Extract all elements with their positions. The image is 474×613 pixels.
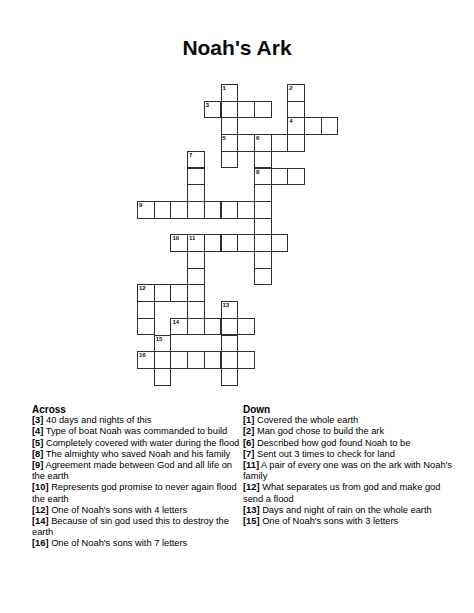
down-clue-list: [1] Covered the whole earth[2] Man god c…	[243, 415, 452, 527]
clue-number: 11	[189, 235, 195, 242]
grid-cell[interactable]	[271, 134, 289, 152]
clue-text: 40 days and nights of this	[43, 415, 151, 425]
clue-number: 2	[289, 85, 292, 92]
grid-cell[interactable]	[187, 268, 205, 286]
clue-label: [16]	[32, 538, 49, 548]
grid-cell[interactable]	[154, 368, 172, 386]
grid-cell[interactable]	[187, 351, 205, 369]
clue-text: Agreement made between God and all life …	[32, 460, 232, 481]
grid-cell[interactable]	[170, 201, 188, 219]
grid-cell[interactable]	[304, 117, 322, 135]
clue-item: [14] Because of sin god used this to des…	[32, 516, 241, 538]
grid-cell[interactable]: 8	[254, 168, 272, 186]
grid-cell[interactable]: 6	[254, 134, 272, 152]
clue-label: [7]	[243, 449, 254, 459]
clue-text: Days and night of rain on the whole eart…	[260, 505, 432, 515]
grid-cell[interactable]: 1	[221, 84, 239, 102]
clue-number: 7	[189, 152, 192, 159]
across-clues: Across [3] 40 days and nights of this[4]…	[32, 404, 241, 550]
clue-text: Represents god promise to never again fl…	[32, 482, 237, 503]
grid-cell[interactable]	[254, 151, 272, 169]
clue-text: What separates us from god and make god …	[243, 482, 440, 503]
clue-text: Covered the whole earth	[254, 415, 358, 425]
grid-cell[interactable]	[287, 101, 305, 119]
grid-cell[interactable]: 11	[187, 234, 205, 252]
clue-label: [4]	[32, 426, 43, 436]
grid-cell[interactable]	[237, 351, 255, 369]
clue-text: One of Noah's sons with 3 letters	[260, 516, 399, 526]
clue-label: [6]	[243, 438, 254, 448]
clue-item: [5] Completely covered with water during…	[32, 438, 241, 449]
grid-cell[interactable]	[221, 335, 239, 353]
grid-cell[interactable]	[254, 218, 272, 236]
grid-cell[interactable]	[254, 184, 272, 202]
grid-cell[interactable]	[221, 234, 239, 252]
grid-cell[interactable]: 5	[221, 134, 239, 152]
clue-label: [12]	[243, 482, 260, 492]
grid-cell[interactable]	[204, 234, 222, 252]
grid-cell[interactable]	[137, 318, 155, 336]
grid-cell[interactable]: 12	[137, 284, 155, 302]
clue-item: [8] The almighty who saved Noah and his …	[32, 449, 241, 460]
clue-number: 10	[172, 235, 179, 242]
clue-item: [11] A pair of every one was on the ark …	[243, 460, 452, 482]
grid-cell[interactable]	[237, 201, 255, 219]
grid-cell[interactable]	[137, 301, 155, 319]
clue-item: [12] One of Noah's sons with 4 letters	[32, 505, 241, 516]
clue-label: [15]	[243, 516, 260, 526]
grid-cell[interactable]	[254, 251, 272, 269]
clue-text: The almighty who saved Noah and his fami…	[43, 449, 230, 459]
clue-item: [15] One of Noah's sons with 3 letters	[243, 516, 452, 527]
grid-cell[interactable]	[254, 101, 272, 119]
clue-text: Sent out 3 times to check for land	[254, 449, 395, 459]
grid-cell[interactable]	[187, 284, 205, 302]
clue-text: Man god chose to build the ark	[254, 426, 384, 436]
clue-item: [4] Type of boat Noah was commanded to b…	[32, 426, 241, 437]
crossword-grid: 12345678910111213141516	[137, 84, 339, 386]
clue-item: [2] Man god chose to build the ark	[243, 426, 452, 437]
down-clues: Down [1] Covered the whole earth[2] Man …	[243, 404, 452, 527]
grid-cell[interactable]	[254, 268, 272, 286]
grid-cell[interactable]	[237, 134, 255, 152]
grid-cell[interactable]	[204, 351, 222, 369]
clue-text: Completely covered with water during the…	[43, 438, 239, 448]
grid-cell[interactable]: 14	[170, 318, 188, 336]
grid-cell[interactable]	[187, 301, 205, 319]
grid-cell[interactable]	[154, 284, 172, 302]
grid-cell[interactable]	[187, 251, 205, 269]
grid-cell[interactable]	[271, 234, 289, 252]
clue-number: 16	[139, 352, 146, 359]
clue-number: 3	[206, 102, 209, 109]
clue-number: 14	[172, 319, 179, 326]
clue-label: [10]	[32, 482, 49, 492]
across-clue-list: [3] 40 days and nights of this[4] Type o…	[32, 415, 241, 549]
grid-cell[interactable]	[221, 318, 239, 336]
clue-label: [12]	[32, 505, 49, 515]
grid-cell[interactable]	[187, 318, 205, 336]
grid-cell[interactable]	[287, 168, 305, 186]
grid-cell[interactable]	[321, 117, 339, 135]
across-header: Across	[32, 404, 241, 415]
grid-cell[interactable]	[187, 201, 205, 219]
clue-number: 9	[139, 202, 142, 209]
clue-number: 8	[256, 169, 259, 176]
grid-cell[interactable]	[221, 351, 239, 369]
clue-label: [13]	[243, 505, 260, 515]
clue-text: Because of sin god used this to destroy …	[32, 516, 229, 537]
clue-number: 12	[139, 285, 146, 292]
grid-cell[interactable]	[254, 201, 272, 219]
clue-item: [3] 40 days and nights of this	[32, 415, 241, 426]
clue-item: [6] Described how god found Noah to be	[243, 438, 452, 449]
clue-text: One of Noah's sons with 7 letters	[49, 538, 188, 548]
grid-cell[interactable]: 13	[221, 301, 239, 319]
clue-label: [1]	[243, 415, 254, 425]
grid-cell[interactable]: 9	[137, 201, 155, 219]
grid-cell[interactable]	[170, 284, 188, 302]
clue-label: [14]	[32, 516, 49, 526]
clue-item: [12] What separates us from god and make…	[243, 482, 452, 504]
grid-cell[interactable]	[221, 101, 239, 119]
grid-cell[interactable]: 3	[204, 101, 222, 119]
grid-cell[interactable]	[221, 368, 239, 386]
grid-cell[interactable]	[254, 234, 272, 252]
clue-text: Type of boat Noah was commanded to build	[43, 426, 227, 436]
grid-cell[interactable]	[204, 201, 222, 219]
grid-cell[interactable]: 10	[170, 234, 188, 252]
clue-text: Described how god found Noah to be	[254, 438, 410, 448]
puzzle-title: Noah's Ark	[0, 36, 474, 60]
grid-cell[interactable]	[271, 168, 289, 186]
clue-label: [5]	[32, 438, 43, 448]
clue-number: 5	[223, 135, 226, 142]
grid-cell[interactable]: 2	[287, 84, 305, 102]
grid-cell[interactable]: 16	[137, 351, 155, 369]
grid-cell[interactable]: 15	[154, 335, 172, 353]
clue-number: 1	[223, 85, 226, 92]
clue-number: 13	[223, 302, 230, 309]
down-header: Down	[243, 404, 452, 415]
clue-label: [2]	[243, 426, 254, 436]
grid-cell[interactable]	[237, 101, 255, 119]
grid-cell[interactable]	[237, 234, 255, 252]
clue-label: [3]	[32, 415, 43, 425]
clue-number: 15	[156, 336, 163, 343]
grid-cell[interactable]	[204, 318, 222, 336]
grid-cell[interactable]	[287, 134, 305, 152]
clue-text: A pair of every one was on the ark with …	[243, 460, 452, 481]
grid-cell[interactable]	[221, 201, 239, 219]
clue-number: 6	[256, 135, 259, 142]
clue-text: One of Noah's sons with 4 letters	[49, 505, 188, 515]
grid-cell[interactable]	[187, 168, 205, 186]
puzzle-page: { "page": { "title": "Noah's Ark", "back…	[0, 0, 474, 613]
clue-item: [16] One of Noah's sons with 7 letters	[32, 538, 241, 549]
grid-cell[interactable]	[187, 184, 205, 202]
clue-item: [1] Covered the whole earth	[243, 415, 452, 426]
grid-cell[interactable]	[237, 318, 255, 336]
grid-cell[interactable]	[170, 351, 188, 369]
clue-item: [7] Sent out 3 times to check for land	[243, 449, 452, 460]
clue-label: [11]	[243, 460, 259, 470]
grid-cell[interactable]: 4	[287, 117, 305, 135]
grid-cell[interactable]	[221, 151, 239, 169]
grid-cell[interactable]	[154, 201, 172, 219]
clue-item: [9] Agreement made between God and all l…	[32, 460, 241, 482]
clue-item: [13] Days and night of rain on the whole…	[243, 505, 452, 516]
clue-number: 4	[289, 118, 292, 125]
grid-cell[interactable]	[221, 117, 239, 135]
clue-item: [10] Represents god promise to never aga…	[32, 482, 241, 504]
clue-label: [9]	[32, 460, 43, 470]
grid-cell[interactable]	[154, 351, 172, 369]
clue-label: [8]	[32, 449, 43, 459]
grid-cell[interactable]: 7	[187, 151, 205, 169]
